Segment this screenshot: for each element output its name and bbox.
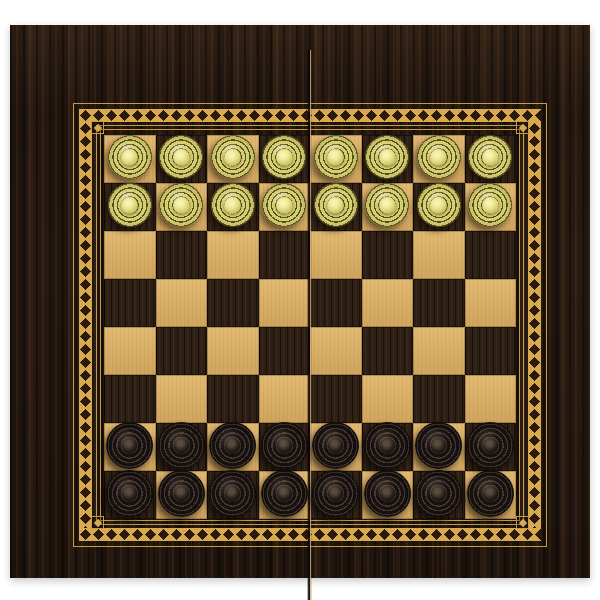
board-case — [10, 25, 590, 578]
corner-ornament-icon — [516, 121, 529, 134]
board-square[interactable] — [259, 231, 311, 279]
checker-dark[interactable] — [106, 422, 153, 469]
board-square[interactable] — [207, 423, 259, 471]
checker-light[interactable] — [468, 135, 512, 179]
board-square[interactable] — [156, 471, 208, 519]
board-square[interactable] — [156, 183, 208, 231]
board-square[interactable] — [156, 279, 208, 327]
checker-light[interactable] — [159, 183, 203, 227]
board-square[interactable] — [104, 375, 156, 423]
board-square[interactable] — [413, 471, 465, 519]
checker-light[interactable] — [108, 135, 152, 179]
checker-dark[interactable] — [415, 422, 462, 469]
board-square[interactable] — [465, 279, 517, 327]
board-square[interactable] — [207, 231, 259, 279]
board-square[interactable] — [259, 135, 311, 183]
board-square[interactable] — [413, 183, 465, 231]
board-square[interactable] — [156, 423, 208, 471]
checker-dark[interactable] — [261, 422, 308, 469]
board-square[interactable] — [259, 471, 311, 519]
checker-dark[interactable] — [312, 470, 359, 517]
corner-ornament-icon — [91, 121, 104, 134]
checker-dark[interactable] — [467, 470, 514, 517]
board-square[interactable] — [465, 231, 517, 279]
checker-light[interactable] — [108, 183, 152, 227]
board-square[interactable] — [259, 279, 311, 327]
board-square[interactable] — [310, 183, 362, 231]
board-square[interactable] — [310, 423, 362, 471]
checker-dark[interactable] — [106, 470, 153, 517]
board-square[interactable] — [362, 135, 414, 183]
board-square[interactable] — [465, 471, 517, 519]
board-square[interactable] — [104, 231, 156, 279]
board-square[interactable] — [104, 327, 156, 375]
board-square[interactable] — [259, 375, 311, 423]
board-square[interactable] — [362, 327, 414, 375]
board-square[interactable] — [207, 375, 259, 423]
board-square[interactable] — [310, 135, 362, 183]
checker-light[interactable] — [365, 135, 409, 179]
corner-ornament-icon — [91, 516, 104, 529]
board-square[interactable] — [413, 279, 465, 327]
checker-light[interactable] — [159, 135, 203, 179]
board-square[interactable] — [259, 423, 311, 471]
board-square[interactable] — [310, 327, 362, 375]
board-square[interactable] — [465, 135, 517, 183]
board-square[interactable] — [259, 327, 311, 375]
board-square[interactable] — [156, 375, 208, 423]
board-square[interactable] — [465, 375, 517, 423]
checker-dark[interactable] — [364, 470, 411, 517]
checker-light[interactable] — [365, 183, 409, 227]
board-square[interactable] — [413, 135, 465, 183]
corner-ornament-icon — [516, 516, 529, 529]
board-square[interactable] — [156, 327, 208, 375]
board-square[interactable] — [413, 327, 465, 375]
diamond-border-left — [79, 122, 92, 528]
board-square[interactable] — [310, 279, 362, 327]
board-square[interactable] — [362, 375, 414, 423]
checker-dark[interactable] — [364, 422, 411, 469]
checker-dark[interactable] — [158, 470, 205, 517]
board-square[interactable] — [156, 135, 208, 183]
checker-dark[interactable] — [209, 422, 256, 469]
board-square[interactable] — [362, 183, 414, 231]
board-square[interactable] — [259, 183, 311, 231]
board-square[interactable] — [207, 135, 259, 183]
fold-seam — [307, 50, 312, 600]
board-square[interactable] — [310, 471, 362, 519]
checker-light[interactable] — [262, 135, 306, 179]
board-square[interactable] — [362, 471, 414, 519]
checker-light[interactable] — [211, 135, 255, 179]
checker-light[interactable] — [468, 183, 512, 227]
board-square[interactable] — [207, 471, 259, 519]
checker-dark[interactable] — [158, 422, 205, 469]
board-square[interactable] — [310, 375, 362, 423]
board-square[interactable] — [413, 423, 465, 471]
checker-dark[interactable] — [415, 470, 462, 517]
board-square[interactable] — [156, 231, 208, 279]
board-square[interactable] — [413, 231, 465, 279]
checker-light[interactable] — [417, 183, 461, 227]
board-square[interactable] — [310, 231, 362, 279]
diamond-border-right — [528, 122, 541, 528]
checker-light[interactable] — [314, 135, 358, 179]
board-square[interactable] — [207, 327, 259, 375]
board-square[interactable] — [104, 183, 156, 231]
board-square[interactable] — [465, 327, 517, 375]
checker-dark[interactable] — [312, 422, 359, 469]
checker-light[interactable] — [417, 135, 461, 179]
board-square[interactable] — [104, 471, 156, 519]
board-square[interactable] — [413, 375, 465, 423]
checker-dark[interactable] — [467, 422, 514, 469]
checker-dark[interactable] — [209, 470, 256, 517]
checker-light[interactable] — [211, 183, 255, 227]
board-square[interactable] — [465, 183, 517, 231]
checker-light[interactable] — [314, 183, 358, 227]
board-square[interactable] — [362, 231, 414, 279]
checker-dark[interactable] — [261, 470, 308, 517]
board-square[interactable] — [207, 279, 259, 327]
board-square[interactable] — [104, 279, 156, 327]
board-square[interactable] — [207, 183, 259, 231]
board-square[interactable] — [104, 135, 156, 183]
board-square[interactable] — [362, 279, 414, 327]
board-square[interactable] — [104, 423, 156, 471]
product-photo — [0, 0, 600, 600]
board-square[interactable] — [465, 423, 517, 471]
board-square[interactable] — [362, 423, 414, 471]
checker-light[interactable] — [262, 183, 306, 227]
